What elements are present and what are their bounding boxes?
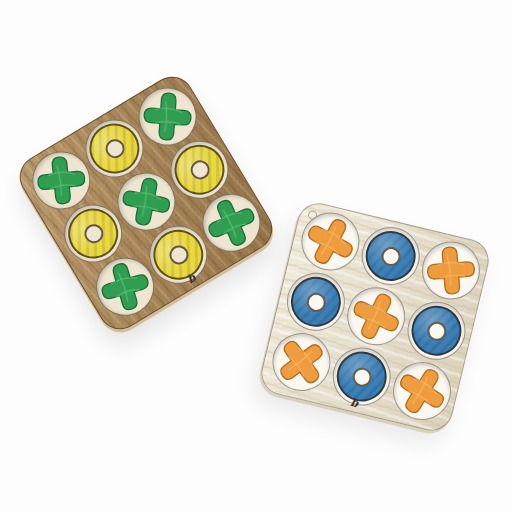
o-piece-center-hole (80, 221, 106, 247)
board-hole (266, 327, 336, 397)
board-hole (295, 207, 365, 277)
o-piece-center-hole (101, 135, 127, 161)
x-piece (140, 89, 196, 145)
o-piece-center-hole (350, 365, 373, 388)
o-piece-center-hole (165, 242, 191, 268)
o-piece (286, 272, 346, 332)
x-piece (386, 355, 458, 427)
board-hole (356, 221, 426, 291)
board-left: b (12, 69, 281, 338)
product-photo: b b (0, 0, 512, 512)
x-piece (116, 171, 177, 232)
board-hole (416, 235, 486, 305)
x-piece (295, 206, 366, 277)
board-hole (387, 356, 457, 426)
x-piece (33, 152, 90, 209)
o-piece (332, 346, 392, 406)
cell-right-r3c3 (385, 354, 460, 429)
x-piece (342, 282, 411, 351)
o-piece-center-hole (425, 319, 448, 342)
o-piece-center-hole (186, 157, 212, 183)
x-piece (423, 242, 479, 298)
board-grid-right (264, 204, 488, 428)
o-piece (406, 301, 466, 361)
board-hole (327, 342, 397, 412)
board-hole (281, 267, 351, 337)
board-right: b (257, 199, 493, 435)
o-piece-center-hole (304, 290, 327, 313)
board-hole (341, 281, 411, 351)
o-piece (361, 226, 421, 286)
board-grid-left (19, 74, 274, 329)
o-piece-center-hole (379, 245, 402, 268)
